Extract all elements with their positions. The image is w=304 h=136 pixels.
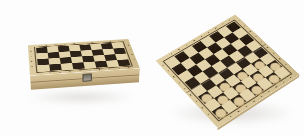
box-lid-checkerboard: [36, 42, 130, 71]
open-checkers-board: ●●●●●●●●●●●●●●●●●●●●●●●●: [150, 8, 304, 136]
light-square: [38, 65, 50, 72]
dark-square: [117, 59, 130, 66]
coordinate-ticks: [30, 49, 33, 72]
checkerboard: ●●●●●●●●●●●●●●●●●●●●●●●●: [165, 21, 289, 119]
dark-square: [49, 64, 61, 71]
folded-chess-box: [18, 32, 146, 124]
board-3d: ●●●●●●●●●●●●●●●●●●●●●●●●: [156, 17, 299, 130]
product-photo-chess-set: ●●●●●●●●●●●●●●●●●●●●●●●●: [0, 0, 304, 136]
board-top-face: ●●●●●●●●●●●●●●●●●●●●●●●●: [156, 15, 300, 128]
clasp-latch: [82, 73, 91, 82]
box-3d: [29, 52, 139, 89]
